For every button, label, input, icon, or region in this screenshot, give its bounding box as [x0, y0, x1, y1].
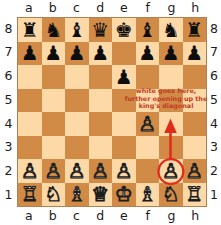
- square-c3: [65, 136, 89, 160]
- piece-white-king-e1: ♔: [115, 184, 133, 204]
- piece-black-king-e8: ♚: [115, 19, 133, 39]
- square-h7: ♟: [183, 42, 207, 66]
- piece-white-pawn-a2: ♙: [21, 160, 39, 180]
- file-label-e: e: [112, 0, 136, 17]
- square-g7: ♟: [159, 42, 183, 66]
- square-g1: ♘: [159, 183, 183, 207]
- piece-black-pawn-b7: ♟: [44, 43, 62, 63]
- square-f8: ♝: [136, 18, 160, 42]
- piece-white-knight-g1: ♘: [162, 184, 180, 204]
- rank-label-4: 4: [207, 112, 221, 136]
- square-g3: [159, 136, 183, 160]
- square-a7: ♟: [18, 42, 42, 66]
- square-h4: [183, 112, 207, 136]
- rank-label-2: 2: [207, 160, 221, 184]
- file-label-c: c: [65, 207, 89, 225]
- piece-white-pawn-g2: ♙: [162, 160, 180, 180]
- file-label-a: a: [17, 0, 41, 17]
- square-b5: [42, 89, 66, 113]
- square-e2: ♙: [112, 159, 136, 183]
- square-g8: ♞: [159, 18, 183, 42]
- square-h3: [183, 136, 207, 160]
- square-a5: [18, 89, 42, 113]
- square-a4: [18, 112, 42, 136]
- rank-labels-left: 87654321: [0, 17, 17, 207]
- square-f3: [136, 136, 160, 160]
- square-b1: ♘: [42, 183, 66, 207]
- file-label-f: f: [136, 207, 160, 225]
- piece-black-rook-a8: ♜: [21, 19, 39, 39]
- square-d5: [89, 89, 113, 113]
- rank-label-7: 7: [207, 41, 221, 65]
- file-label-c: c: [65, 0, 89, 17]
- square-f7: ♟: [136, 42, 160, 66]
- piece-white-pawn-f4: ♙: [138, 113, 156, 133]
- file-label-b: b: [41, 0, 65, 17]
- rank-label-3: 3: [0, 136, 17, 160]
- rank-label-5: 5: [207, 88, 221, 112]
- file-label-g: g: [160, 0, 184, 17]
- piece-black-pawn-d7: ♟: [91, 43, 109, 63]
- square-e1: ♔: [112, 183, 136, 207]
- piece-black-knight-g8: ♞: [162, 19, 180, 39]
- square-a6: [18, 65, 42, 89]
- piece-black-pawn-e6: ♟: [115, 66, 133, 86]
- rank-label-2: 2: [0, 160, 17, 184]
- square-h2: ♙: [183, 159, 207, 183]
- chess-board: ♜♞♝♛♚♝♞♜♟♟♟♟♟♟♟♟♙♙♙♙♙♙♙♙♖♘♗♕♔♗♘♖: [17, 17, 207, 207]
- square-d3: [89, 136, 113, 160]
- piece-white-bishop-f1: ♗: [138, 184, 156, 204]
- square-b2: ♙: [42, 159, 66, 183]
- file-labels-top: abcdefgh: [17, 0, 207, 17]
- square-e4: [112, 112, 136, 136]
- file-label-b: b: [41, 207, 65, 225]
- file-label-d: d: [88, 0, 112, 17]
- rank-label-4: 4: [0, 112, 17, 136]
- file-label-f: f: [136, 0, 160, 17]
- rank-label-5: 5: [0, 88, 17, 112]
- piece-black-bishop-f8: ♝: [138, 19, 156, 39]
- piece-black-queen-d8: ♛: [91, 19, 109, 39]
- square-c7: ♟: [65, 42, 89, 66]
- square-d7: ♟: [89, 42, 113, 66]
- square-b8: ♞: [42, 18, 66, 42]
- annotation-text: white goes here, further opening up the …: [124, 88, 208, 111]
- piece-white-rook-h1: ♖: [185, 184, 203, 204]
- file-labels-bottom: abcdefgh: [17, 207, 207, 225]
- square-g4: [159, 112, 183, 136]
- square-d4: [89, 112, 113, 136]
- piece-black-pawn-f7: ♟: [138, 43, 156, 63]
- rank-label-8: 8: [0, 17, 17, 41]
- piece-white-pawn-b2: ♙: [44, 160, 62, 180]
- piece-black-bishop-c8: ♝: [68, 19, 86, 39]
- square-b4: [42, 112, 66, 136]
- square-f1: ♗: [136, 183, 160, 207]
- square-g2: ♙: [159, 159, 183, 183]
- square-f4: ♙: [136, 112, 160, 136]
- chess-diagram: abcdefgh 87654321 87654321 abcdefgh ♜♞♝♛…: [0, 0, 221, 225]
- square-d2: ♙: [89, 159, 113, 183]
- square-d1: ♕: [89, 183, 113, 207]
- piece-black-knight-b8: ♞: [44, 19, 62, 39]
- square-e6: ♟: [112, 65, 136, 89]
- square-b7: ♟: [42, 42, 66, 66]
- square-c8: ♝: [65, 18, 89, 42]
- square-a8: ♜: [18, 18, 42, 42]
- square-f6: [136, 65, 160, 89]
- piece-white-rook-a1: ♖: [21, 184, 39, 204]
- rank-label-3: 3: [207, 136, 221, 160]
- square-e8: ♚: [112, 18, 136, 42]
- square-c6: [65, 65, 89, 89]
- square-c1: ♗: [65, 183, 89, 207]
- file-label-h: h: [183, 0, 207, 17]
- piece-black-pawn-h7: ♟: [185, 43, 203, 63]
- square-d6: [89, 65, 113, 89]
- file-label-e: e: [112, 207, 136, 225]
- file-label-g: g: [160, 207, 184, 225]
- piece-white-queen-d1: ♕: [91, 184, 109, 204]
- piece-white-pawn-h2: ♙: [185, 160, 203, 180]
- piece-white-bishop-c1: ♗: [68, 184, 86, 204]
- piece-black-pawn-g7: ♟: [162, 43, 180, 63]
- piece-black-pawn-c7: ♟: [68, 43, 86, 63]
- square-c4: [65, 112, 89, 136]
- square-g6: [159, 65, 183, 89]
- square-c5: [65, 89, 89, 113]
- piece-white-pawn-e2: ♙: [115, 160, 133, 180]
- file-label-a: a: [17, 207, 41, 225]
- square-b6: [42, 65, 66, 89]
- piece-black-pawn-a7: ♟: [21, 43, 39, 63]
- rank-label-6: 6: [0, 65, 17, 89]
- piece-white-pawn-d2: ♙: [91, 160, 109, 180]
- square-e7: [112, 42, 136, 66]
- rank-label-6: 6: [207, 65, 221, 89]
- piece-white-knight-b1: ♘: [44, 184, 62, 204]
- rank-labels-right: 87654321: [207, 17, 221, 207]
- rank-label-1: 1: [207, 183, 221, 207]
- square-e3: [112, 136, 136, 160]
- piece-black-rook-h8: ♜: [185, 19, 203, 39]
- file-label-d: d: [88, 207, 112, 225]
- square-a3: [18, 136, 42, 160]
- piece-white-pawn-c2: ♙: [68, 160, 86, 180]
- rank-label-1: 1: [0, 183, 17, 207]
- square-d8: ♛: [89, 18, 113, 42]
- square-f2: [136, 159, 160, 183]
- square-c2: ♙: [65, 159, 89, 183]
- square-b3: [42, 136, 66, 160]
- square-h6: [183, 65, 207, 89]
- square-a2: ♙: [18, 159, 42, 183]
- rank-label-7: 7: [0, 41, 17, 65]
- rank-label-8: 8: [207, 17, 221, 41]
- square-h8: ♜: [183, 18, 207, 42]
- square-a1: ♖: [18, 183, 42, 207]
- file-label-h: h: [183, 207, 207, 225]
- square-h1: ♖: [183, 183, 207, 207]
